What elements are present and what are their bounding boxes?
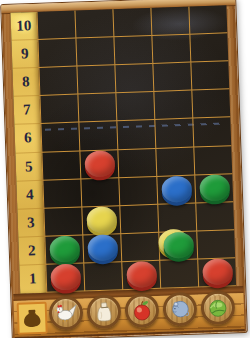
score-disc-red[interactable] <box>202 259 233 286</box>
cell-r2-c4[interactable] <box>158 231 197 260</box>
score-disc-red[interactable] <box>84 150 115 177</box>
cell-r9-c2[interactable] <box>75 37 114 66</box>
cell-r2-c2[interactable] <box>82 234 121 263</box>
cell-r10-c3[interactable] <box>112 8 151 37</box>
cell-r4-c2[interactable] <box>80 178 119 207</box>
cell-r7-c5[interactable] <box>191 90 230 119</box>
cell-r3-c5[interactable] <box>195 202 234 231</box>
cell-r9-c4[interactable] <box>151 35 190 64</box>
photo-background: 10987654321 <box>0 0 250 338</box>
money-sack-tile <box>17 302 48 335</box>
cell-r7-c1[interactable] <box>39 95 78 124</box>
cell-r6-c4[interactable] <box>154 119 193 148</box>
cell-r8-c1[interactable] <box>38 67 77 96</box>
cell-r7-c3[interactable] <box>115 92 154 121</box>
hen-icon <box>54 301 79 326</box>
flour-sack-icon <box>92 299 117 324</box>
cell-r4-c5[interactable] <box>194 174 233 203</box>
mouse-icon <box>168 297 193 322</box>
row-label-4: 4 <box>16 180 43 209</box>
cell-r10-c2[interactable] <box>74 9 113 38</box>
cell-r4-c3[interactable] <box>118 176 157 205</box>
cell-r5-c5[interactable] <box>193 146 232 175</box>
score-disc-red[interactable] <box>126 261 157 288</box>
cell-r10-c4[interactable] <box>150 7 189 36</box>
cell-r6-c3[interactable] <box>116 120 155 149</box>
cell-r1-c1[interactable] <box>45 263 84 292</box>
cell-r3-c4[interactable] <box>157 203 196 232</box>
row-label-7: 7 <box>13 96 40 125</box>
cell-r6-c2[interactable] <box>78 122 117 151</box>
cell-r2-c5[interactable] <box>196 230 235 259</box>
cell-r8-c5[interactable] <box>190 61 229 90</box>
cell-r7-c4[interactable] <box>153 91 192 120</box>
score-disc-green[interactable] <box>199 174 230 201</box>
cell-r1-c2[interactable] <box>83 262 122 291</box>
row-label-2: 2 <box>18 237 45 266</box>
cell-r10-c5[interactable] <box>188 5 227 34</box>
cell-r5-c2[interactable] <box>79 150 118 179</box>
cell-r6-c5[interactable] <box>192 118 231 147</box>
game-board: 10987654321 <box>1 0 247 338</box>
cell-r10-c1[interactable] <box>36 11 75 40</box>
row-label-10: 10 <box>10 12 37 41</box>
score-disc-blue[interactable] <box>87 235 118 262</box>
row-label-5: 5 <box>15 152 42 181</box>
row-label-3: 3 <box>17 209 44 238</box>
score-disc-red[interactable] <box>50 264 81 291</box>
cell-r8-c3[interactable] <box>114 64 153 93</box>
score-grid <box>36 5 236 292</box>
cabbage-icon <box>206 295 231 320</box>
cell-r5-c3[interactable] <box>117 148 156 177</box>
cell-r2-c3[interactable] <box>120 233 159 262</box>
cell-r5-c4[interactable] <box>155 147 194 176</box>
cell-r6-c1[interactable] <box>40 123 79 152</box>
score-disc-yellow[interactable] <box>86 207 117 234</box>
cell-r1-c4[interactable] <box>159 259 198 288</box>
row-label-9: 9 <box>11 40 38 69</box>
cell-r8-c4[interactable] <box>152 63 191 92</box>
cell-r9-c5[interactable] <box>189 33 228 62</box>
cell-r9-c3[interactable] <box>113 36 152 65</box>
cell-r5-c1[interactable] <box>41 151 80 180</box>
money-sack-icon <box>21 307 44 330</box>
cell-r2-c1[interactable] <box>44 235 83 264</box>
row-label-8: 8 <box>12 68 39 97</box>
cell-r3-c3[interactable] <box>119 205 158 234</box>
score-disc-green[interactable] <box>49 236 80 263</box>
cell-r1-c5[interactable] <box>197 258 236 287</box>
cell-r3-c1[interactable] <box>43 207 82 236</box>
cell-r4-c4[interactable] <box>156 175 195 204</box>
cell-r8-c2[interactable] <box>76 65 115 94</box>
row-label-1: 1 <box>19 265 46 294</box>
row-label-6: 6 <box>14 124 41 153</box>
score-disc-blue[interactable] <box>161 176 192 203</box>
cell-r3-c2[interactable] <box>81 206 120 235</box>
cell-r7-c2[interactable] <box>77 94 116 123</box>
cell-r4-c1[interactable] <box>42 179 81 208</box>
cell-r1-c3[interactable] <box>121 261 160 290</box>
cell-r9-c1[interactable] <box>37 39 76 68</box>
score-disc-green[interactable] <box>163 232 194 259</box>
chalkboard: 10987654321 <box>10 5 236 293</box>
apple-icon <box>130 298 155 323</box>
